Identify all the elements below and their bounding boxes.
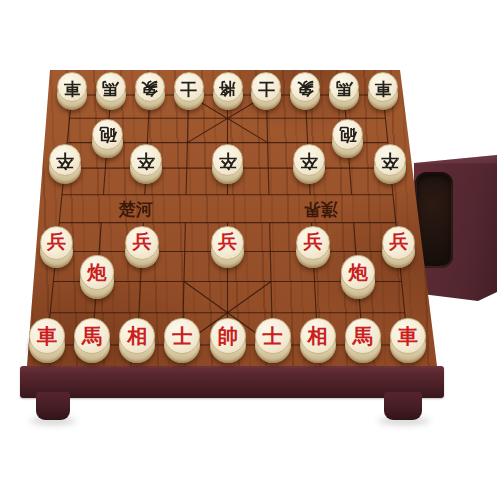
piece-top-face: 象: [135, 72, 165, 102]
piece-top-face: 兵: [382, 226, 416, 260]
piece-red-general[interactable]: 帥: [210, 318, 246, 363]
piece-top-face: 卒: [374, 144, 406, 176]
piece-character: 象: [141, 79, 158, 96]
piece-character: 象: [297, 79, 314, 96]
piece-red-horse[interactable]: 馬: [345, 318, 381, 363]
piece-black-chariot[interactable]: 車: [368, 72, 398, 110]
piece-character: 砲: [339, 126, 356, 143]
piece-character: 兵: [304, 233, 323, 252]
river-label-left: 楚河: [119, 197, 153, 220]
piece-top-face: 卒: [49, 144, 81, 176]
piece-character: 馬: [102, 79, 119, 96]
piece-character: 兵: [47, 233, 66, 252]
piece-character: 相: [308, 326, 328, 346]
piece-red-soldier[interactable]: 兵: [125, 226, 159, 269]
piece-top-face: 炮: [80, 255, 114, 289]
piece-red-elephant[interactable]: 相: [300, 318, 336, 363]
piece-top-face: 士: [164, 318, 200, 354]
piece-top-face: 相: [119, 318, 155, 354]
piece-black-horse[interactable]: 馬: [96, 72, 126, 110]
piece-red-advisor[interactable]: 士: [255, 318, 291, 363]
piece-red-cannon[interactable]: 炮: [341, 255, 375, 298]
piece-red-soldier[interactable]: 兵: [40, 226, 74, 269]
piece-black-horse[interactable]: 馬: [329, 72, 359, 110]
piece-top-face: 卒: [212, 144, 244, 176]
piece-red-horse[interactable]: 馬: [74, 318, 110, 363]
piece-character: 士: [172, 326, 192, 346]
piece-character: 士: [263, 326, 283, 346]
piece-character: 馬: [353, 326, 373, 346]
piece-top-face: 將: [213, 72, 243, 102]
piece-top-face: 馬: [96, 72, 126, 102]
piece-red-advisor[interactable]: 士: [164, 318, 200, 363]
piece-character: 卒: [300, 151, 318, 169]
river-label-right: 漢界: [304, 197, 338, 220]
piece-character: 車: [37, 326, 57, 346]
piece-character: 兵: [218, 233, 237, 252]
piece-black-soldier[interactable]: 卒: [130, 144, 162, 184]
piece-black-cannon[interactable]: 砲: [332, 119, 363, 158]
piece-character: 馬: [82, 326, 102, 346]
piece-black-advisor[interactable]: 士: [251, 72, 281, 110]
product-photo: 楚河 漢界 車馬象士將士象馬車砲砲卒卒卒卒卒兵兵兵兵兵炮炮車馬相士帥士相馬車: [0, 0, 500, 500]
piece-character: 車: [398, 326, 418, 346]
piece-character: 兵: [389, 233, 408, 252]
piece-black-chariot[interactable]: 車: [57, 72, 87, 110]
piece-character: 車: [375, 79, 392, 96]
piece-character: 車: [64, 79, 81, 96]
piece-red-soldier[interactable]: 兵: [296, 226, 330, 269]
piece-top-face: 卒: [293, 144, 325, 176]
piece-top-face: 車: [390, 318, 426, 354]
piece-top-face: 卒: [130, 144, 162, 176]
piece-black-soldier[interactable]: 卒: [212, 144, 244, 184]
piece-top-face: 兵: [211, 226, 245, 260]
piece-character: 炮: [87, 263, 106, 282]
piece-top-face: 車: [57, 72, 87, 102]
piece-red-chariot[interactable]: 車: [390, 318, 426, 363]
piece-character: 砲: [99, 126, 116, 143]
piece-top-face: 車: [29, 318, 65, 354]
board-foot-right: [384, 392, 422, 420]
piece-red-elephant[interactable]: 相: [119, 318, 155, 363]
piece-top-face: 砲: [92, 119, 123, 150]
piece-character: 帥: [217, 326, 237, 346]
piece-character: 士: [180, 79, 197, 96]
piece-character: 炮: [348, 263, 367, 282]
piece-black-soldier[interactable]: 卒: [374, 144, 406, 184]
piece-top-face: 馬: [74, 318, 110, 354]
piece-black-soldier[interactable]: 卒: [293, 144, 325, 184]
board-foot-left: [36, 392, 70, 420]
piece-black-advisor[interactable]: 士: [174, 72, 204, 110]
piece-character: 將: [219, 79, 236, 96]
piece-top-face: 馬: [345, 318, 381, 354]
piece-black-elephant[interactable]: 象: [290, 72, 320, 110]
piece-character: 卒: [137, 151, 155, 169]
piece-character: 馬: [336, 79, 353, 96]
piece-top-face: 炮: [341, 255, 375, 289]
board-base: [20, 366, 444, 398]
piece-top-face: 士: [174, 72, 204, 102]
piece-red-cannon[interactable]: 炮: [80, 255, 114, 298]
piece-black-soldier[interactable]: 卒: [49, 144, 81, 184]
piece-character: 卒: [56, 151, 74, 169]
piece-red-chariot[interactable]: 車: [29, 318, 65, 363]
piece-character: 兵: [132, 233, 151, 252]
piece-red-soldier[interactable]: 兵: [382, 226, 416, 269]
piece-red-soldier[interactable]: 兵: [211, 226, 245, 269]
piece-character: 卒: [381, 151, 399, 169]
piece-character: 士: [258, 79, 275, 96]
piece-top-face: 相: [300, 318, 336, 354]
piece-top-face: 兵: [125, 226, 159, 260]
piece-black-general[interactable]: 將: [213, 72, 243, 110]
piece-top-face: 士: [255, 318, 291, 354]
piece-character: 卒: [219, 151, 237, 169]
piece-character: 相: [127, 326, 147, 346]
piece-black-elephant[interactable]: 象: [135, 72, 165, 110]
piece-black-cannon[interactable]: 砲: [92, 119, 123, 158]
piece-top-face: 兵: [296, 226, 330, 260]
piece-top-face: 帥: [210, 318, 246, 354]
piece-top-face: 兵: [40, 226, 74, 260]
